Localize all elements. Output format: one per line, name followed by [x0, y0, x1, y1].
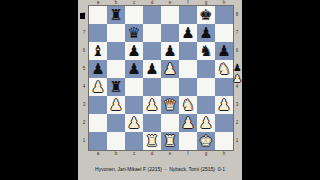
- square-c7[interactable]: ♛: [125, 24, 143, 42]
- piece-black-pawn: ♟: [145, 60, 158, 78]
- piece-white-knight: ♞: [181, 96, 194, 114]
- square-g2[interactable]: ♟: [197, 114, 215, 132]
- square-g1[interactable]: ♚: [197, 132, 215, 150]
- square-g6[interactable]: ♞: [197, 42, 215, 60]
- square-e6[interactable]: ♟: [161, 42, 179, 60]
- square-e1[interactable]: ♜: [161, 132, 179, 150]
- piece-white-pawn: ♟: [163, 60, 176, 78]
- square-a4[interactable]: ♟: [89, 78, 107, 96]
- captured-white-pawn-icon: ♟: [233, 73, 242, 84]
- square-a8[interactable]: [89, 6, 107, 24]
- square-c2[interactable]: ♟: [125, 114, 143, 132]
- square-e5[interactable]: ♟: [161, 60, 179, 78]
- square-g8[interactable]: ♚: [197, 6, 215, 24]
- square-b7[interactable]: [107, 24, 125, 42]
- piece-white-pawn: ♟: [217, 96, 230, 114]
- piece-white-pawn: ♟: [181, 114, 194, 132]
- square-e3[interactable]: ♛: [161, 96, 179, 114]
- square-a7[interactable]: [89, 24, 107, 42]
- square-c8[interactable]: [125, 6, 143, 24]
- coord-label: 8: [234, 6, 240, 24]
- square-g5[interactable]: [197, 60, 215, 78]
- video-frame: abcdefgh 87654321 87654321 ♜♚♛♟♟♝♟♟♞♟♟♟♟…: [0, 0, 320, 180]
- coord-label: 1: [81, 132, 87, 150]
- square-f4[interactable]: [179, 78, 197, 96]
- piece-black-pawn: ♟: [217, 42, 230, 60]
- square-a1[interactable]: [89, 132, 107, 150]
- square-b2[interactable]: [107, 114, 125, 132]
- coord-label: 5: [81, 60, 87, 78]
- square-b3[interactable]: ♟: [107, 96, 125, 114]
- square-d7[interactable]: [143, 24, 161, 42]
- square-f2[interactable]: ♟: [179, 114, 197, 132]
- piece-black-pawn: ♟: [163, 42, 176, 60]
- captured-black-pawn-icon: ♟: [233, 62, 242, 73]
- square-f3[interactable]: ♞: [179, 96, 197, 114]
- square-e4[interactable]: [161, 78, 179, 96]
- square-c5[interactable]: ♟: [125, 60, 143, 78]
- square-f6[interactable]: [179, 42, 197, 60]
- square-g7[interactable]: ♟: [197, 24, 215, 42]
- piece-white-pawn: ♟: [127, 114, 140, 132]
- piece-black-bishop: ♝: [91, 42, 104, 60]
- piece-white-queen: ♛: [163, 96, 176, 114]
- square-d6[interactable]: [143, 42, 161, 60]
- square-d4[interactable]: [143, 78, 161, 96]
- coord-label: 6: [81, 42, 87, 60]
- square-h6[interactable]: ♟: [215, 42, 233, 60]
- square-h5[interactable]: ♞: [215, 60, 233, 78]
- chess-board: ♜♚♛♟♟♝♟♟♞♟♟♟♟♟♞♟♜♟♟♛♞♟♟♟♟♜♜♚: [88, 5, 234, 151]
- square-h4[interactable]: [215, 78, 233, 96]
- square-b1[interactable]: [107, 132, 125, 150]
- square-h1[interactable]: [215, 132, 233, 150]
- square-f7[interactable]: ♟: [179, 24, 197, 42]
- piece-black-knight: ♞: [199, 42, 212, 60]
- square-c4[interactable]: [125, 78, 143, 96]
- piece-black-pawn: ♟: [181, 24, 194, 42]
- square-h2[interactable]: [215, 114, 233, 132]
- square-b6[interactable]: [107, 42, 125, 60]
- square-b5[interactable]: [107, 60, 125, 78]
- square-e7[interactable]: [161, 24, 179, 42]
- square-d5[interactable]: ♟: [143, 60, 161, 78]
- square-e2[interactable]: [161, 114, 179, 132]
- square-h7[interactable]: [215, 24, 233, 42]
- piece-white-pawn: ♟: [199, 114, 212, 132]
- piece-black-rook: ♜: [109, 78, 122, 96]
- square-d8[interactable]: [143, 6, 161, 24]
- square-f5[interactable]: [179, 60, 197, 78]
- square-h8[interactable]: [215, 6, 233, 24]
- piece-white-pawn: ♟: [145, 96, 158, 114]
- coord-label: 6: [234, 42, 240, 60]
- square-g4[interactable]: [197, 78, 215, 96]
- coord-label: 7: [81, 24, 87, 42]
- piece-black-pawn: ♟: [199, 24, 212, 42]
- square-d2[interactable]: [143, 114, 161, 132]
- side-to-move-indicator: [80, 13, 85, 19]
- square-c1[interactable]: [125, 132, 143, 150]
- coord-label: 3: [234, 96, 240, 114]
- piece-white-pawn: ♟: [91, 78, 104, 96]
- piece-black-king: ♚: [199, 6, 212, 24]
- piece-white-rook: ♜: [145, 132, 158, 150]
- captured-pieces-tray: ♟ ♟: [233, 62, 242, 84]
- piece-white-king: ♚: [199, 132, 212, 150]
- piece-white-knight: ♞: [217, 60, 230, 78]
- rank-labels-left: 87654321: [81, 6, 87, 150]
- square-b8[interactable]: ♜: [107, 6, 125, 24]
- square-d3[interactable]: ♟: [143, 96, 161, 114]
- coord-label: 3: [81, 96, 87, 114]
- square-b4[interactable]: ♜: [107, 78, 125, 96]
- square-f1[interactable]: [179, 132, 197, 150]
- coord-label: 1: [234, 132, 240, 150]
- players-result-line: Hyvonen, Jari-Mikael F (2215) - Nyback, …: [78, 167, 242, 173]
- piece-black-pawn: ♟: [127, 60, 140, 78]
- square-c6[interactable]: ♟: [125, 42, 143, 60]
- piece-white-pawn: ♟: [109, 96, 122, 114]
- square-e8[interactable]: [161, 6, 179, 24]
- piece-black-queen: ♛: [127, 24, 140, 42]
- square-a6[interactable]: ♝: [89, 42, 107, 60]
- coord-label: 2: [81, 114, 87, 132]
- piece-black-pawn: ♟: [91, 60, 104, 78]
- square-d1[interactable]: ♜: [143, 132, 161, 150]
- coord-label: 7: [234, 24, 240, 42]
- square-h3[interactable]: ♟: [215, 96, 233, 114]
- square-a3[interactable]: [89, 96, 107, 114]
- square-f8[interactable]: [179, 6, 197, 24]
- piece-black-rook: ♜: [109, 6, 122, 24]
- piece-white-rook: ♜: [163, 132, 176, 150]
- square-g3[interactable]: [197, 96, 215, 114]
- game-info-block: Hyvonen, Jari-Mikael F (2215) - Nyback, …: [78, 156, 242, 180]
- square-a5[interactable]: ♟: [89, 60, 107, 78]
- piece-black-pawn: ♟: [127, 42, 140, 60]
- square-c3[interactable]: [125, 96, 143, 114]
- coord-label: 2: [234, 114, 240, 132]
- coord-label: 4: [81, 78, 87, 96]
- square-a2[interactable]: [89, 114, 107, 132]
